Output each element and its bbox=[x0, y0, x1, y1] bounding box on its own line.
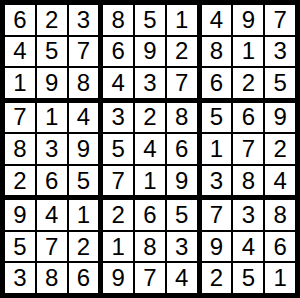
sudoku-cell-r6c6[interactable]: 9 bbox=[167, 166, 197, 196]
sudoku-cell-r1c3[interactable]: 3 bbox=[69, 5, 99, 35]
sudoku-cell-r6c8[interactable]: 8 bbox=[233, 166, 263, 196]
sudoku-cell-r2c4[interactable]: 6 bbox=[103, 37, 133, 67]
sudoku-cell-r2c7[interactable]: 8 bbox=[202, 37, 232, 67]
sudoku-cell-r9c7[interactable]: 2 bbox=[202, 263, 232, 293]
sudoku-cell-r5c9[interactable]: 2 bbox=[265, 134, 295, 164]
sudoku-cell-r5c1[interactable]: 8 bbox=[5, 134, 35, 164]
sudoku-cell-r3c3[interactable]: 8 bbox=[69, 68, 99, 98]
sudoku-cell-r2c1[interactable]: 4 bbox=[5, 37, 35, 67]
sudoku-cell-r7c4[interactable]: 2 bbox=[103, 200, 133, 230]
sudoku-cell-r8c6[interactable]: 3 bbox=[167, 232, 197, 262]
sudoku-cell-r7c8[interactable]: 3 bbox=[233, 200, 263, 230]
sudoku-block-3: 497813625 bbox=[202, 5, 295, 98]
sudoku-cell-r1c5[interactable]: 5 bbox=[135, 5, 165, 35]
sudoku-block-4: 714839265 bbox=[5, 103, 98, 196]
sudoku-cell-r7c6[interactable]: 5 bbox=[167, 200, 197, 230]
sudoku-cell-r1c9[interactable]: 7 bbox=[265, 5, 295, 35]
sudoku-cell-r2c5[interactable]: 9 bbox=[135, 37, 165, 67]
sudoku-board: 623457198 851692437 497813625 714839265 … bbox=[0, 0, 300, 298]
sudoku-block-8: 265183974 bbox=[103, 200, 196, 293]
sudoku-cell-r6c9[interactable]: 4 bbox=[265, 166, 295, 196]
sudoku-cell-r5c7[interactable]: 1 bbox=[202, 134, 232, 164]
sudoku-block-7: 941572386 bbox=[5, 200, 98, 293]
sudoku-cell-r6c1[interactable]: 2 bbox=[5, 166, 35, 196]
sudoku-cell-r6c5[interactable]: 1 bbox=[135, 166, 165, 196]
sudoku-cell-r2c9[interactable]: 3 bbox=[265, 37, 295, 67]
sudoku-cell-r2c8[interactable]: 1 bbox=[233, 37, 263, 67]
sudoku-cell-r7c1[interactable]: 9 bbox=[5, 200, 35, 230]
sudoku-cell-r4c3[interactable]: 4 bbox=[69, 103, 99, 133]
sudoku-cell-r7c3[interactable]: 1 bbox=[69, 200, 99, 230]
sudoku-cell-r8c1[interactable]: 5 bbox=[5, 232, 35, 262]
sudoku-cell-r5c5[interactable]: 4 bbox=[135, 134, 165, 164]
sudoku-cell-r3c6[interactable]: 7 bbox=[167, 68, 197, 98]
sudoku-cell-r4c8[interactable]: 6 bbox=[233, 103, 263, 133]
sudoku-cell-r7c7[interactable]: 7 bbox=[202, 200, 232, 230]
sudoku-cell-r8c2[interactable]: 7 bbox=[37, 232, 67, 262]
sudoku-cell-r2c2[interactable]: 5 bbox=[37, 37, 67, 67]
sudoku-cell-r1c8[interactable]: 9 bbox=[233, 5, 263, 35]
sudoku-cell-r9c3[interactable]: 6 bbox=[69, 263, 99, 293]
sudoku-cell-r3c7[interactable]: 6 bbox=[202, 68, 232, 98]
sudoku-block-6: 569172384 bbox=[202, 103, 295, 196]
sudoku-block-1: 623457198 bbox=[5, 5, 98, 98]
sudoku-cell-r6c4[interactable]: 7 bbox=[103, 166, 133, 196]
sudoku-cell-r4c2[interactable]: 1 bbox=[37, 103, 67, 133]
sudoku-cell-r3c5[interactable]: 3 bbox=[135, 68, 165, 98]
sudoku-cell-r1c1[interactable]: 6 bbox=[5, 5, 35, 35]
sudoku-cell-r6c7[interactable]: 3 bbox=[202, 166, 232, 196]
sudoku-cell-r4c4[interactable]: 3 bbox=[103, 103, 133, 133]
sudoku-cell-r1c2[interactable]: 2 bbox=[37, 5, 67, 35]
sudoku-block-2: 851692437 bbox=[103, 5, 196, 98]
sudoku-cell-r4c1[interactable]: 7 bbox=[5, 103, 35, 133]
sudoku-cell-r7c5[interactable]: 6 bbox=[135, 200, 165, 230]
sudoku-cell-r3c9[interactable]: 5 bbox=[265, 68, 295, 98]
sudoku-cell-r9c5[interactable]: 7 bbox=[135, 263, 165, 293]
sudoku-cell-r6c3[interactable]: 5 bbox=[69, 166, 99, 196]
sudoku-cell-r6c2[interactable]: 6 bbox=[37, 166, 67, 196]
sudoku-cell-r8c9[interactable]: 6 bbox=[265, 232, 295, 262]
sudoku-cell-r7c2[interactable]: 4 bbox=[37, 200, 67, 230]
sudoku-cell-r9c9[interactable]: 1 bbox=[265, 263, 295, 293]
sudoku-cell-r9c1[interactable]: 3 bbox=[5, 263, 35, 293]
sudoku-cell-r7c9[interactable]: 8 bbox=[265, 200, 295, 230]
sudoku-cell-r8c4[interactable]: 1 bbox=[103, 232, 133, 262]
sudoku-cell-r3c2[interactable]: 9 bbox=[37, 68, 67, 98]
sudoku-cell-r4c6[interactable]: 8 bbox=[167, 103, 197, 133]
sudoku-block-5: 328546719 bbox=[103, 103, 196, 196]
sudoku-cell-r5c8[interactable]: 7 bbox=[233, 134, 263, 164]
sudoku-cell-r3c4[interactable]: 4 bbox=[103, 68, 133, 98]
sudoku-cell-r2c6[interactable]: 2 bbox=[167, 37, 197, 67]
sudoku-cell-r3c8[interactable]: 2 bbox=[233, 68, 263, 98]
sudoku-cell-r5c6[interactable]: 6 bbox=[167, 134, 197, 164]
sudoku-cell-r1c6[interactable]: 1 bbox=[167, 5, 197, 35]
sudoku-cell-r4c7[interactable]: 5 bbox=[202, 103, 232, 133]
sudoku-cell-r5c2[interactable]: 3 bbox=[37, 134, 67, 164]
sudoku-cell-r9c6[interactable]: 4 bbox=[167, 263, 197, 293]
sudoku-cell-r8c8[interactable]: 4 bbox=[233, 232, 263, 262]
sudoku-cell-r5c3[interactable]: 9 bbox=[69, 134, 99, 164]
sudoku-block-9: 738946251 bbox=[202, 200, 295, 293]
sudoku-cell-r4c5[interactable]: 2 bbox=[135, 103, 165, 133]
sudoku-cell-r2c3[interactable]: 7 bbox=[69, 37, 99, 67]
sudoku-cell-r8c5[interactable]: 8 bbox=[135, 232, 165, 262]
sudoku-cell-r3c1[interactable]: 1 bbox=[5, 68, 35, 98]
sudoku-cell-r9c2[interactable]: 8 bbox=[37, 263, 67, 293]
sudoku-cell-r9c8[interactable]: 5 bbox=[233, 263, 263, 293]
sudoku-cell-r5c4[interactable]: 5 bbox=[103, 134, 133, 164]
sudoku-cell-r1c7[interactable]: 4 bbox=[202, 5, 232, 35]
sudoku-cell-r1c4[interactable]: 8 bbox=[103, 5, 133, 35]
sudoku-cell-r9c4[interactable]: 9 bbox=[103, 263, 133, 293]
sudoku-cell-r4c9[interactable]: 9 bbox=[265, 103, 295, 133]
sudoku-cell-r8c7[interactable]: 9 bbox=[202, 232, 232, 262]
sudoku-cell-r8c3[interactable]: 2 bbox=[69, 232, 99, 262]
